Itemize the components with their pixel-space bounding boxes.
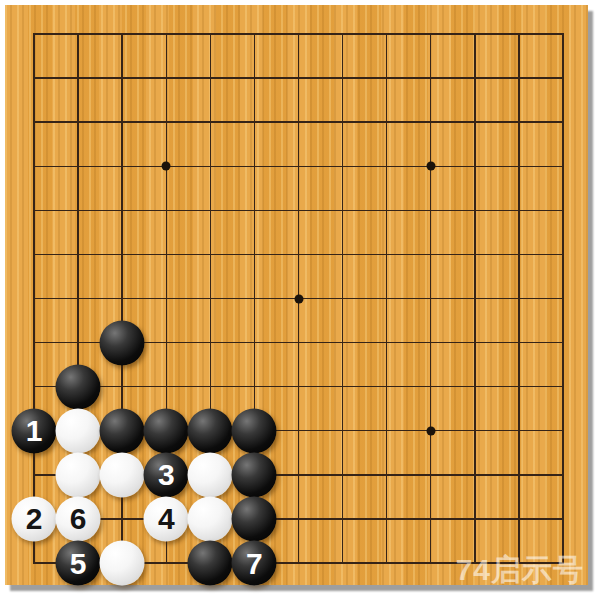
- stone-white: [100, 452, 145, 497]
- stone-black: 1: [12, 408, 57, 453]
- stone-white: [188, 452, 233, 497]
- stone-black: [100, 408, 145, 453]
- stone-black: [232, 408, 277, 453]
- grid-line-vertical: [386, 33, 387, 563]
- grid-line-vertical: [430, 33, 431, 563]
- stone-black: [188, 408, 233, 453]
- move-number: 1: [26, 416, 43, 446]
- move-number: 3: [158, 460, 175, 490]
- stone-black: [56, 364, 101, 409]
- star-point: [426, 426, 435, 435]
- stone-white: 2: [12, 496, 57, 541]
- grid-line-vertical: [518, 33, 519, 563]
- move-number: 7: [246, 548, 263, 578]
- grid-line-vertical: [562, 33, 563, 563]
- grid-line-horizontal: [33, 518, 563, 519]
- stone-black: [188, 541, 233, 586]
- move-number: 2: [26, 504, 43, 534]
- grid-line-horizontal: [33, 386, 563, 387]
- stone-white: 4: [144, 496, 189, 541]
- stone-black: 5: [56, 541, 101, 586]
- star-point: [426, 162, 435, 171]
- stone-white: [100, 541, 145, 586]
- stone-white: [56, 408, 101, 453]
- stone-black: [144, 408, 189, 453]
- go-board: 1326457: [5, 5, 588, 585]
- stone-black: [232, 452, 277, 497]
- stone-black: [232, 496, 277, 541]
- star-point: [162, 162, 171, 171]
- stone-black: 3: [144, 452, 189, 497]
- star-point: [294, 294, 303, 303]
- stone-black: [100, 320, 145, 365]
- stone-white: [188, 496, 233, 541]
- stone-black: 7: [232, 541, 277, 586]
- diagram-frame: 1326457 74启示号: [0, 0, 600, 600]
- move-number: 5: [70, 548, 87, 578]
- move-number: 6: [70, 504, 87, 534]
- stone-white: 6: [56, 496, 101, 541]
- move-number: 4: [158, 504, 175, 534]
- grid-line-vertical: [474, 33, 475, 563]
- grid-line-vertical: [342, 33, 343, 563]
- stone-white: [56, 452, 101, 497]
